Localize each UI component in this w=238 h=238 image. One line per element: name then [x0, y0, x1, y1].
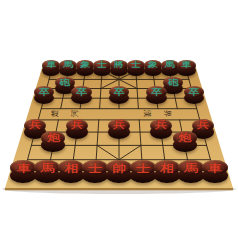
piece-red-soldier[interactable]: 兵	[66, 119, 89, 140]
piece-black-soldier[interactable]: 卒	[71, 86, 91, 104]
piece-face: 象	[144, 60, 162, 71]
piece-glyph: 車	[208, 162, 222, 173]
piece-face: 士	[93, 60, 111, 71]
piece-face: 象	[76, 60, 94, 71]
piece-face: 炮	[173, 131, 197, 145]
piece-glyph: 炮	[47, 133, 60, 143]
piece-glyph: 兵	[155, 121, 167, 131]
piece-black-horse[interactable]: 馬	[59, 60, 77, 77]
piece-glyph: 車	[16, 162, 30, 173]
piece-black-advisor[interactable]: 士	[127, 60, 145, 77]
piece-black-general[interactable]: 將	[110, 60, 128, 77]
piece-red-cannon[interactable]: 炮	[41, 131, 65, 152]
piece-glyph: 卒	[76, 88, 87, 97]
piece-black-horse[interactable]: 馬	[161, 60, 179, 77]
piece-face: 將	[110, 60, 128, 71]
piece-glyph: 將	[114, 62, 124, 70]
piece-glyph: 士	[97, 62, 107, 70]
piece-black-advisor[interactable]: 士	[93, 60, 111, 77]
piece-red-elephant[interactable]: 相	[58, 160, 84, 183]
piece-glyph: 士	[88, 162, 102, 173]
piece-face: 士	[127, 60, 145, 71]
piece-glyph: 車	[46, 62, 56, 70]
piece-red-soldier[interactable]: 兵	[150, 119, 173, 140]
piece-face: 馬	[161, 60, 179, 71]
piece-glyph: 相	[160, 162, 174, 173]
piece-black-chariot[interactable]: 車	[177, 60, 195, 77]
piece-black-soldier[interactable]: 卒	[184, 86, 204, 104]
river-label-left-1: 楚	[50, 109, 59, 117]
piece-glyph: 炮	[178, 133, 191, 143]
river-label-left-2: 河	[70, 109, 79, 117]
piece-glyph: 兵	[71, 121, 83, 131]
piece-red-chariot[interactable]: 車	[202, 160, 228, 183]
piece-glyph: 士	[136, 162, 150, 173]
piece-glyph: 卒	[188, 88, 199, 97]
piece-red-elephant[interactable]: 相	[154, 160, 180, 183]
piece-glyph: 象	[148, 62, 158, 70]
piece-glyph: 車	[182, 62, 192, 70]
piece-black-soldier[interactable]: 卒	[34, 86, 54, 104]
piece-glyph: 兵	[29, 121, 41, 131]
piece-face: 馬	[59, 60, 77, 71]
product-photo: 楚河漢界 車馬象士將士象馬車砲砲卒卒卒卒卒兵兵兵兵兵炮炮車馬相士帥士相馬車	[0, 0, 238, 238]
piece-black-elephant[interactable]: 象	[76, 60, 94, 77]
piece-red-advisor[interactable]: 士	[130, 160, 156, 183]
piece-face: 卒	[146, 86, 166, 98]
piece-glyph: 砲	[168, 78, 179, 86]
piece-glyph: 相	[64, 162, 78, 173]
piece-glyph: 兵	[197, 121, 209, 131]
piece-glyph: 帥	[112, 162, 126, 173]
piece-glyph: 卒	[39, 88, 50, 97]
piece-black-soldier[interactable]: 卒	[109, 86, 129, 104]
river-label-right-2: 界	[163, 110, 172, 118]
piece-red-horse[interactable]: 馬	[34, 160, 60, 183]
piece-glyph: 馬	[40, 162, 54, 173]
piece-red-chariot[interactable]: 車	[10, 160, 36, 183]
piece-glyph: 士	[131, 62, 141, 70]
piece-red-cannon[interactable]: 炮	[173, 131, 197, 152]
piece-black-elephant[interactable]: 象	[144, 60, 162, 77]
piece-glyph: 馬	[184, 162, 198, 173]
piece-glyph: 卒	[113, 88, 124, 97]
piece-black-soldier[interactable]: 卒	[146, 86, 166, 104]
river-label-right-1: 漢	[143, 110, 152, 118]
piece-red-soldier[interactable]: 兵	[108, 119, 131, 140]
piece-glyph: 象	[80, 62, 90, 70]
piece-glyph: 馬	[165, 62, 175, 70]
piece-black-chariot[interactable]: 車	[42, 60, 60, 77]
piece-red-general[interactable]: 帥	[106, 160, 132, 183]
piece-glyph: 兵	[113, 121, 125, 131]
piece-glyph: 砲	[60, 78, 71, 86]
piece-face: 卒	[71, 86, 91, 98]
piece-red-horse[interactable]: 馬	[178, 160, 204, 183]
piece-glyph: 馬	[63, 62, 73, 70]
piece-glyph: 卒	[151, 88, 162, 97]
board-edge	[5, 188, 233, 190]
piece-red-advisor[interactable]: 士	[82, 160, 108, 183]
piece-face: 車	[177, 60, 195, 71]
